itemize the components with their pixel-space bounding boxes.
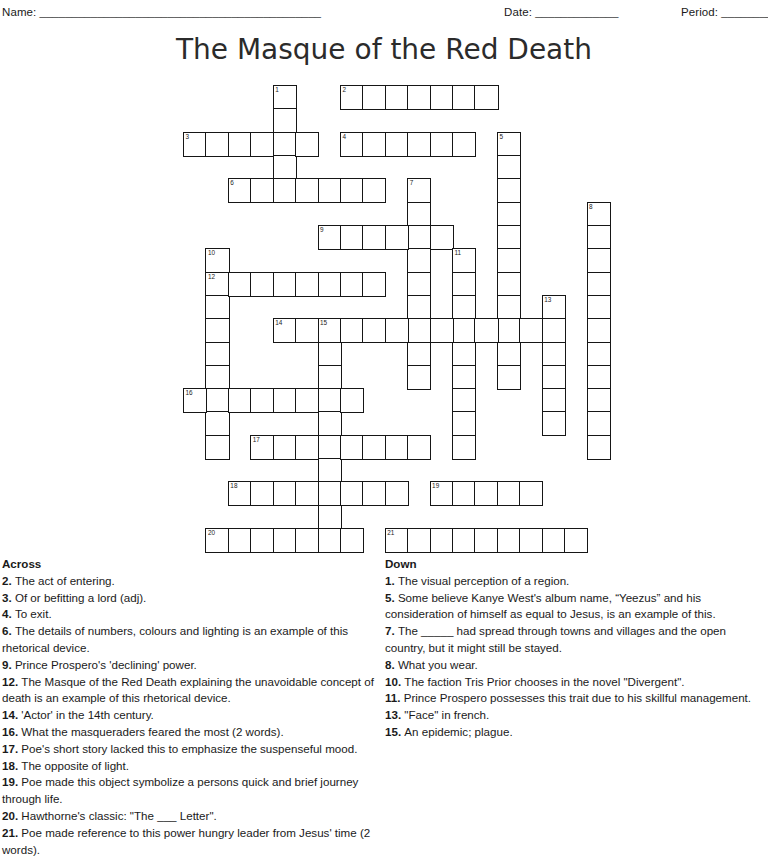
grid-cell-r17c4[interactable] — [273, 481, 297, 506]
clue-number-label-8: 8. — [385, 658, 398, 671]
cell-number-9: 9 — [320, 226, 324, 234]
grid-cell-r6c10[interactable] — [407, 225, 431, 250]
grid-cell-r14c1[interactable] — [205, 411, 229, 436]
grid-cell-r19c2[interactable] — [228, 528, 252, 553]
grid-cell-r0c4[interactable]: 1 — [273, 85, 297, 110]
clue-number-label-18: 18. — [2, 759, 21, 772]
grid-cell-r13c3[interactable] — [250, 388, 274, 413]
grid-cell-r2c10[interactable] — [407, 132, 431, 157]
grid-cell-r4c10[interactable]: 7 — [407, 178, 431, 203]
grid-cell-r13c1[interactable] — [205, 388, 229, 413]
grid-cell-r12c6[interactable] — [318, 365, 342, 390]
clue-number-label-2: 2. — [2, 574, 15, 587]
grid-cell-r0c8[interactable] — [362, 85, 386, 110]
grid-cell-r5c10[interactable] — [407, 202, 431, 227]
clue-3: 3. Of or befitting a lord (adj). — [2, 590, 384, 607]
grid-cell-r5c14[interactable] — [497, 202, 521, 227]
grid-cell-r8c18[interactable] — [587, 272, 611, 297]
cell-number-15: 15 — [320, 319, 327, 327]
grid-cell-r17c2[interactable]: 18 — [228, 481, 252, 506]
cell-number-10: 10 — [208, 249, 215, 257]
grid-cell-r17c13[interactable] — [474, 481, 498, 506]
clue-16: 16. What the masqueraders feared the mos… — [2, 724, 384, 741]
across-clue-list: 2. The act of entering.3. Of or befittin… — [2, 573, 384, 859]
grid-cell-r8c3[interactable] — [250, 272, 274, 297]
grid-cell-r2c4[interactable] — [273, 132, 297, 157]
grid-cell-r2c3[interactable] — [250, 132, 274, 157]
grid-cell-r9c16[interactable]: 13 — [542, 295, 566, 320]
clue-text-19: Poe made this object symbolize a persons… — [2, 775, 358, 805]
grid-cell-r19c6[interactable] — [318, 528, 342, 553]
grid-cell-r17c5[interactable] — [295, 481, 319, 506]
clue-8: 8. What you wear. — [385, 657, 766, 674]
grid-cell-r9c10[interactable] — [407, 295, 431, 320]
across-heading: Across — [2, 556, 384, 573]
grid-cell-r13c0[interactable]: 16 — [183, 388, 207, 413]
grid-cell-r10c1[interactable] — [205, 318, 229, 343]
clue-7: 7. The _____ had spread through towns an… — [385, 623, 766, 657]
grid-cell-r13c2[interactable] — [228, 388, 252, 413]
grid-cell-r19c16[interactable] — [542, 528, 566, 553]
grid-cell-r12c10[interactable] — [407, 365, 431, 390]
grid-cell-r0c11[interactable] — [430, 85, 454, 110]
grid-cell-r19c11[interactable] — [430, 528, 454, 553]
grid-cell-r8c1[interactable]: 12 — [205, 272, 229, 297]
clue-number-label-14: 14. — [2, 708, 21, 721]
across-clues-section: Across 2. The act of entering.3. Of or b… — [2, 556, 384, 858]
grid-cell-r6c11[interactable] — [430, 225, 454, 250]
grid-cell-r12c12[interactable] — [452, 365, 476, 390]
clue-12: 12. The Masque of the Red Death explaini… — [2, 674, 384, 708]
clue-number-label-21: 21. — [2, 826, 21, 839]
clue-number-label-9: 9. — [2, 658, 15, 671]
grid-cell-r8c8[interactable] — [362, 272, 386, 297]
grid-cell-r19c9[interactable]: 21 — [385, 528, 409, 553]
crossword-grid: 123456789101211131415161718192021 — [183, 85, 611, 553]
clue-6: 6. The details of numbers, colours and l… — [2, 623, 384, 657]
clue-1: 1. The visual perception of a region. — [385, 573, 766, 590]
clue-9: 9. Prince Prospero's 'declining' power. — [2, 657, 384, 674]
grid-cell-r8c14[interactable] — [497, 272, 521, 297]
cell-number-11: 11 — [455, 249, 462, 257]
clue-text-15: An epidemic; plague. — [404, 725, 512, 738]
clue-text-16: What the masqueraders feared the most (2… — [21, 725, 283, 738]
grid-cell-r8c7[interactable] — [340, 272, 364, 297]
grid-cell-r8c6[interactable] — [318, 272, 342, 297]
period-blank-line: ________ — [718, 6, 768, 18]
grid-cell-r16c6[interactable] — [318, 458, 342, 483]
grid-cell-r2c8[interactable] — [362, 132, 386, 157]
clue-text-6: The details of numbers, colours and ligh… — [2, 624, 348, 654]
cell-number-7: 7 — [410, 179, 414, 187]
cell-number-1: 1 — [275, 86, 279, 94]
clue-text-3: Of or befitting a lord (adj). — [15, 591, 146, 604]
grid-cell-r7c1[interactable]: 10 — [205, 248, 229, 273]
grid-cell-r19c15[interactable] — [519, 528, 543, 553]
grid-cell-r17c6[interactable] — [318, 481, 342, 506]
cell-number-17: 17 — [253, 436, 260, 444]
clue-text-8: What you wear. — [398, 658, 478, 671]
clue-number-label-17: 17. — [2, 742, 21, 755]
grid-cell-r19c13[interactable] — [474, 528, 498, 553]
name-label: Name: — [2, 6, 36, 18]
grid-cell-r6c9[interactable] — [385, 225, 409, 250]
grid-cell-r15c8[interactable] — [362, 435, 386, 460]
grid-cell-r11c16[interactable] — [542, 342, 566, 367]
grid-cell-r1c4[interactable] — [273, 108, 297, 133]
grid-cell-r15c18[interactable] — [587, 435, 611, 460]
grid-cell-r7c12[interactable]: 11 — [452, 248, 476, 273]
clue-number-label-7: 7. — [385, 624, 398, 637]
grid-cell-r7c18[interactable] — [587, 248, 611, 273]
down-clue-list: 1. The visual perception of a region.5. … — [385, 573, 766, 741]
grid-cell-r10c4[interactable]: 14 — [273, 318, 297, 343]
grid-cell-r6c14[interactable] — [497, 225, 521, 250]
cell-number-13: 13 — [544, 296, 551, 304]
clue-number-label-4: 4. — [2, 607, 15, 620]
clue-19: 19. Poe made this object symbolize a per… — [2, 774, 384, 808]
grid-cell-r15c1[interactable] — [205, 435, 229, 460]
grid-cell-r0c13[interactable] — [474, 85, 498, 110]
clue-text-12: The Masque of the Red Death explaining t… — [2, 675, 374, 705]
grid-cell-r14c16[interactable] — [542, 411, 566, 436]
grid-cell-r15c7[interactable] — [340, 435, 364, 460]
grid-cell-r14c6[interactable] — [318, 411, 342, 436]
grid-cell-r15c3[interactable]: 17 — [250, 435, 274, 460]
grid-cell-r5c18[interactable]: 8 — [587, 202, 611, 227]
grid-cell-r10c5[interactable] — [295, 318, 319, 343]
grid-cell-r8c2[interactable] — [228, 272, 252, 297]
clue-13: 13. "Face" in french. — [385, 707, 766, 724]
clue-text-17: Poe's short story lacked this to emphasi… — [21, 742, 357, 755]
grid-cell-r19c10[interactable] — [407, 528, 431, 553]
grid-cell-r19c12[interactable] — [452, 528, 476, 553]
grid-cell-r13c12[interactable] — [452, 388, 476, 413]
grid-cell-r13c4[interactable] — [273, 388, 297, 413]
grid-cell-r13c16[interactable] — [542, 388, 566, 413]
grid-cell-r19c14[interactable] — [497, 528, 521, 553]
clue-text-18: The opposite of light. — [21, 759, 129, 772]
grid-cell-r10c8[interactable] — [362, 318, 386, 343]
period-label: Period: — [681, 6, 718, 18]
grid-cell-r10c6[interactable]: 15 — [318, 318, 342, 343]
grid-cell-r17c3[interactable] — [250, 481, 274, 506]
clue-text-5: Some believe Kanye West's album name, “Y… — [385, 591, 716, 621]
grid-cell-r11c10[interactable] — [407, 342, 431, 367]
grid-cell-r4c6[interactable] — [318, 178, 342, 203]
clue-number-label-12: 12. — [2, 675, 21, 688]
clue-10: 10. The faction Tris Prior chooses in th… — [385, 674, 766, 691]
clue-number-label-20: 20. — [2, 809, 21, 822]
grid-cell-r4c14[interactable] — [497, 178, 521, 203]
cell-number-20: 20 — [208, 529, 215, 537]
grid-cell-r13c7[interactable] — [340, 388, 364, 413]
clue-17: 17. Poe's short story lacked this to emp… — [2, 741, 384, 758]
grid-cell-r2c0[interactable]: 3 — [183, 132, 207, 157]
grid-cell-r8c4[interactable] — [273, 272, 297, 297]
grid-cell-r12c16[interactable] — [542, 365, 566, 390]
clue-text-14: 'Actor' in the 14th century. — [21, 708, 153, 721]
grid-cell-r0c10[interactable] — [407, 85, 431, 110]
grid-cell-r0c12[interactable] — [452, 85, 476, 110]
grid-cell-r3c4[interactable] — [273, 155, 297, 180]
grid-cell-r4c3[interactable] — [250, 178, 274, 203]
grid-cell-r15c6[interactable] — [318, 435, 342, 460]
clue-text-4: To exit. — [15, 607, 52, 620]
grid-cell-r14c18[interactable] — [587, 411, 611, 436]
clue-5: 5. Some believe Kanye West's album name,… — [385, 590, 766, 624]
grid-cell-r12c1[interactable] — [205, 365, 229, 390]
grid-cell-r2c5[interactable] — [295, 132, 319, 157]
cell-number-21: 21 — [387, 529, 394, 537]
date-field: Date: _____________ — [504, 6, 618, 18]
grid-cell-r8c5[interactable] — [295, 272, 319, 297]
grid-cell-r2c14[interactable]: 5 — [497, 132, 521, 157]
clue-text-13: "Face" in french. — [404, 708, 489, 721]
grid-cell-r12c14[interactable] — [497, 365, 521, 390]
grid-cell-r17c8[interactable] — [362, 481, 386, 506]
cell-number-12: 12 — [208, 273, 215, 281]
grid-cell-r7c10[interactable] — [407, 248, 431, 273]
grid-cell-r11c14[interactable] — [497, 342, 521, 367]
grid-cell-r19c5[interactable] — [295, 528, 319, 553]
grid-cell-r6c8[interactable] — [362, 225, 386, 250]
clue-number-label-6: 6. — [2, 624, 15, 637]
grid-cell-r6c6[interactable]: 9 — [318, 225, 342, 250]
clue-2: 2. The act of entering. — [2, 573, 384, 590]
grid-cell-r19c7[interactable] — [340, 528, 364, 553]
grid-cell-r8c12[interactable] — [452, 272, 476, 297]
grid-cell-r19c1[interactable]: 20 — [205, 528, 229, 553]
clue-number-label-15: 15. — [385, 725, 404, 738]
grid-cell-r11c1[interactable] — [205, 342, 229, 367]
grid-cell-r2c9[interactable] — [385, 132, 409, 157]
grid-cell-r17c11[interactable]: 19 — [430, 481, 454, 506]
grid-cell-r17c9[interactable] — [385, 481, 409, 506]
clue-text-2: The act of entering. — [15, 574, 115, 587]
clue-number-label-13: 13. — [385, 708, 404, 721]
grid-cell-r18c6[interactable] — [318, 505, 342, 530]
grid-cell-r10c14[interactable] — [497, 318, 521, 343]
grid-cell-r2c1[interactable] — [205, 132, 229, 157]
clue-text-21: Poe made reference to this power hungry … — [2, 826, 370, 856]
grid-cell-r9c14[interactable] — [497, 295, 521, 320]
grid-cell-r0c7[interactable]: 2 — [340, 85, 364, 110]
date-blank-line: _____________ — [532, 6, 618, 18]
clue-number-label-10: 10. — [385, 675, 404, 688]
grid-cell-r15c12[interactable] — [452, 435, 476, 460]
grid-cell-r15c4[interactable] — [273, 435, 297, 460]
clue-18: 18. The opposite of light. — [2, 758, 384, 775]
grid-cell-r17c14[interactable] — [497, 481, 521, 506]
clue-number-label-3: 3. — [2, 591, 15, 604]
grid-cell-r10c9[interactable] — [385, 318, 409, 343]
cell-number-3: 3 — [186, 133, 190, 141]
clue-text-9: Prince Prospero's 'declining' power. — [15, 658, 197, 671]
clue-4: 4. To exit. — [2, 606, 384, 623]
grid-cell-r10c11[interactable] — [430, 318, 454, 343]
clue-number-label-16: 16. — [2, 725, 21, 738]
clue-number-label-5: 5. — [385, 591, 398, 604]
grid-cell-r4c4[interactable] — [273, 178, 297, 203]
period-field: Period: ________ — [681, 6, 768, 18]
clue-number-label-19: 19. — [2, 775, 21, 788]
clue-text-20: Hawthorne's classic: "The ___ Letter". — [21, 809, 216, 822]
grid-cell-r15c10[interactable] — [407, 435, 431, 460]
grid-cell-r12c18[interactable] — [587, 365, 611, 390]
grid-cell-r15c5[interactable] — [295, 435, 319, 460]
grid-cell-r6c18[interactable] — [587, 225, 611, 250]
grid-cell-r19c3[interactable] — [250, 528, 274, 553]
grid-cell-r2c2[interactable] — [228, 132, 252, 157]
grid-cell-r17c12[interactable] — [452, 481, 476, 506]
grid-cell-r13c5[interactable] — [295, 388, 319, 413]
grid-cell-r19c17[interactable] — [564, 528, 588, 553]
grid-cell-r11c6[interactable] — [318, 342, 342, 367]
cell-number-5: 5 — [499, 133, 503, 141]
grid-cell-r10c13[interactable] — [474, 318, 498, 343]
grid-cell-r17c7[interactable] — [340, 481, 364, 506]
grid-cell-r9c12[interactable] — [452, 295, 476, 320]
grid-cell-r10c15[interactable] — [519, 318, 543, 343]
grid-cell-r13c6[interactable] — [318, 388, 342, 413]
clue-11: 11. Prince Prospero possesses this trait… — [385, 690, 766, 707]
grid-cell-r17c15[interactable] — [519, 481, 543, 506]
grid-cell-r6c7[interactable] — [340, 225, 364, 250]
grid-cell-r2c11[interactable] — [430, 132, 454, 157]
grid-cell-r4c2[interactable]: 6 — [228, 178, 252, 203]
grid-cell-r15c9[interactable] — [385, 435, 409, 460]
grid-cell-r9c1[interactable] — [205, 295, 229, 320]
page-title: The Masque of the Red Death — [0, 33, 768, 66]
name-blank-line: ________________________________________… — [36, 6, 321, 18]
clue-number-label-1: 1. — [385, 574, 398, 587]
grid-cell-r7c14[interactable] — [497, 248, 521, 273]
down-heading: Down — [385, 556, 766, 573]
grid-cell-r10c10[interactable] — [407, 318, 431, 343]
cell-number-8: 8 — [589, 203, 593, 211]
clue-text-1: The visual perception of a region. — [398, 574, 569, 587]
down-clues-section: Down 1. The visual perception of a regio… — [385, 556, 766, 741]
cell-number-2: 2 — [342, 86, 346, 94]
grid-cell-r13c18[interactable] — [587, 388, 611, 413]
cell-number-4: 4 — [342, 133, 346, 141]
clue-text-10: The faction Tris Prior chooses in the no… — [404, 675, 684, 688]
grid-cell-r10c7[interactable] — [340, 318, 364, 343]
grid-cell-r9c18[interactable] — [587, 295, 611, 320]
grid-cell-r4c8[interactable] — [362, 178, 386, 203]
cell-number-16: 16 — [186, 389, 193, 397]
clue-number-label-11: 11. — [385, 691, 404, 704]
grid-cell-r2c12[interactable] — [452, 132, 476, 157]
name-field: Name: __________________________________… — [2, 6, 321, 18]
grid-cell-r11c18[interactable] — [587, 342, 611, 367]
cell-number-18: 18 — [230, 482, 237, 490]
clue-text-11: Prince Prospero possesses this trait due… — [404, 691, 751, 704]
grid-cell-r0c9[interactable] — [385, 85, 409, 110]
clue-20: 20. Hawthorne's classic: "The ___ Letter… — [2, 808, 384, 825]
grid-cell-r10c12[interactable] — [452, 318, 476, 343]
grid-cell-r8c10[interactable] — [407, 272, 431, 297]
grid-cell-r4c7[interactable] — [340, 178, 364, 203]
grid-cell-r10c16[interactable] — [542, 318, 566, 343]
grid-cell-r19c4[interactable] — [273, 528, 297, 553]
clue-21: 21. Poe made reference to this power hun… — [2, 825, 384, 859]
clue-text-7: The _____ had spread through towns and v… — [385, 624, 726, 654]
grid-cell-r3c14[interactable] — [497, 155, 521, 180]
clue-15: 15. An epidemic; plague. — [385, 724, 766, 741]
grid-cell-r11c12[interactable] — [452, 342, 476, 367]
cell-number-14: 14 — [275, 319, 282, 327]
grid-cell-r14c12[interactable] — [452, 411, 476, 436]
grid-cell-r4c5[interactable] — [295, 178, 319, 203]
cell-number-19: 19 — [432, 482, 439, 490]
cell-number-6: 6 — [230, 179, 234, 187]
grid-cell-r2c7[interactable]: 4 — [340, 132, 364, 157]
grid-cell-r10c18[interactable] — [587, 318, 611, 343]
clue-14: 14. 'Actor' in the 14th century. — [2, 707, 384, 724]
date-label: Date: — [504, 6, 532, 18]
